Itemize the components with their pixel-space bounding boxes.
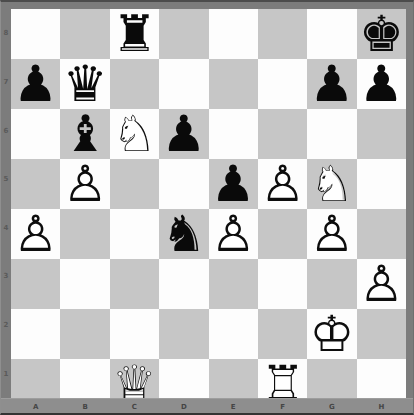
- chess-board: ♜♚♟♛♟♟♝♞♘♟♟♙♟♟♙♞♘♟♙♞♟♙♟♙♟♙♚♔♛♕♜♖: [11, 9, 406, 398]
- square-e5[interactable]: ♟: [209, 159, 258, 209]
- square-h6[interactable]: [357, 109, 406, 159]
- file-label-g: G: [307, 399, 356, 414]
- black-knight-glyph: ♞: [161, 209, 206, 259]
- square-g6[interactable]: [307, 109, 356, 159]
- square-g2[interactable]: ♚♔: [307, 309, 356, 359]
- white-pawn: ♟♙: [11, 209, 60, 259]
- square-b3[interactable]: [60, 259, 109, 309]
- black-pawn: ♟: [307, 59, 356, 109]
- black-bishop: ♝: [60, 109, 109, 159]
- white-knight-glyph: ♘: [310, 159, 355, 209]
- square-b2[interactable]: [60, 309, 109, 359]
- square-d5[interactable]: [159, 159, 208, 209]
- rank-label-1: 1: [1, 349, 11, 398]
- square-e4[interactable]: ♟♙: [209, 209, 258, 259]
- square-c8[interactable]: ♜: [110, 9, 159, 59]
- square-c5[interactable]: [110, 159, 159, 209]
- rank-label-7: 7: [1, 58, 11, 107]
- square-e6[interactable]: [209, 109, 258, 159]
- black-pawn: ♟: [11, 59, 60, 109]
- square-e7[interactable]: [209, 59, 258, 109]
- black-pawn-glyph: ♟: [310, 59, 355, 109]
- file-label-f: F: [258, 399, 307, 414]
- white-pawn: ♟♙: [60, 159, 109, 209]
- file-label-e: E: [209, 399, 258, 414]
- square-d4[interactable]: ♞: [159, 209, 208, 259]
- black-rook: ♜: [110, 9, 159, 59]
- square-a4[interactable]: ♟♙: [11, 209, 60, 259]
- square-d7[interactable]: [159, 59, 208, 109]
- square-g3[interactable]: [307, 259, 356, 309]
- black-pawn: ♟: [159, 109, 208, 159]
- black-rook-glyph: ♜: [112, 9, 157, 59]
- square-b7[interactable]: ♛: [60, 59, 109, 109]
- square-h7[interactable]: ♟: [357, 59, 406, 109]
- square-c2[interactable]: [110, 309, 159, 359]
- square-g8[interactable]: [307, 9, 356, 59]
- black-pawn-glyph: ♟: [359, 59, 404, 109]
- file-label-d: D: [159, 399, 208, 414]
- square-c6[interactable]: ♞♘: [110, 109, 159, 159]
- black-pawn-glyph: ♟: [211, 159, 256, 209]
- square-a7[interactable]: ♟: [11, 59, 60, 109]
- white-king-glyph: ♔: [310, 309, 355, 359]
- black-pawn-glyph: ♟: [161, 109, 206, 159]
- white-pawn-glyph: ♙: [359, 259, 404, 309]
- black-pawn-glyph: ♟: [13, 59, 58, 109]
- white-king: ♚♔: [307, 309, 356, 359]
- rank-label-2: 2: [1, 301, 11, 350]
- square-a5[interactable]: [11, 159, 60, 209]
- white-knight-glyph: ♘: [112, 109, 157, 159]
- square-c3[interactable]: [110, 259, 159, 309]
- rank-label-8: 8: [1, 9, 11, 58]
- chess-diagram: 87654321 ♜♚♟♛♟♟♝♞♘♟♟♙♟♟♙♞♘♟♙♞♟♙♟♙♟♙♚♔♛♕♜…: [0, 0, 414, 415]
- file-label-a: A: [11, 399, 60, 414]
- square-f3[interactable]: [258, 259, 307, 309]
- square-b8[interactable]: [60, 9, 109, 59]
- white-knight: ♞♘: [307, 159, 356, 209]
- white-knight: ♞♘: [110, 109, 159, 159]
- square-h3[interactable]: ♟♙: [357, 259, 406, 309]
- square-h2[interactable]: [357, 309, 406, 359]
- square-a6[interactable]: [11, 109, 60, 159]
- square-e3[interactable]: [209, 259, 258, 309]
- square-d2[interactable]: [159, 309, 208, 359]
- white-pawn-glyph: ♙: [260, 159, 305, 209]
- square-d8[interactable]: [159, 9, 208, 59]
- white-pawn-glyph: ♙: [310, 209, 355, 259]
- square-b5[interactable]: ♟♙: [60, 159, 109, 209]
- square-g4[interactable]: ♟♙: [307, 209, 356, 259]
- black-queen-glyph: ♛: [63, 59, 108, 109]
- square-c7[interactable]: [110, 59, 159, 109]
- square-a2[interactable]: [11, 309, 60, 359]
- rank-labels: 87654321: [1, 9, 11, 398]
- file-label-b: B: [60, 399, 109, 414]
- square-e2[interactable]: [209, 309, 258, 359]
- white-pawn-glyph: ♙: [13, 209, 58, 259]
- square-g7[interactable]: ♟: [307, 59, 356, 109]
- white-pawn: ♟♙: [258, 159, 307, 209]
- black-bishop-glyph: ♝: [63, 109, 108, 159]
- square-f6[interactable]: [258, 109, 307, 159]
- square-d3[interactable]: [159, 259, 208, 309]
- black-queen: ♛: [60, 59, 109, 109]
- black-king: ♚: [357, 9, 406, 59]
- square-b6[interactable]: ♝: [60, 109, 109, 159]
- square-g5[interactable]: ♞♘: [307, 159, 356, 209]
- square-f8[interactable]: [258, 9, 307, 59]
- white-pawn-glyph: ♙: [63, 159, 108, 209]
- square-a3[interactable]: [11, 259, 60, 309]
- square-h5[interactable]: [357, 159, 406, 209]
- square-a8[interactable]: [11, 9, 60, 59]
- square-f4[interactable]: [258, 209, 307, 259]
- square-h8[interactable]: ♚: [357, 9, 406, 59]
- rank-label-4: 4: [1, 204, 11, 253]
- white-pawn: ♟♙: [307, 209, 356, 259]
- black-king-glyph: ♚: [359, 9, 404, 59]
- rank-label-5: 5: [1, 155, 11, 204]
- white-pawn: ♟♙: [209, 209, 258, 259]
- square-f7[interactable]: [258, 59, 307, 109]
- square-f2[interactable]: [258, 309, 307, 359]
- file-label-h: H: [357, 399, 406, 414]
- square-e8[interactable]: [209, 9, 258, 59]
- square-c4[interactable]: [110, 209, 159, 259]
- white-pawn-glyph: ♙: [211, 209, 256, 259]
- square-b4[interactable]: [60, 209, 109, 259]
- black-pawn: ♟: [209, 159, 258, 209]
- black-knight: ♞: [159, 209, 208, 259]
- square-d6[interactable]: ♟: [159, 109, 208, 159]
- black-pawn: ♟: [357, 59, 406, 109]
- file-label-c: C: [110, 399, 159, 414]
- file-label-strip: ABCDEFGH: [1, 398, 414, 414]
- file-labels: ABCDEFGH: [11, 399, 406, 414]
- rank-label-3: 3: [1, 252, 11, 301]
- white-pawn: ♟♙: [357, 259, 406, 309]
- square-f5[interactable]: ♟♙: [258, 159, 307, 209]
- square-h4[interactable]: [357, 209, 406, 259]
- rank-label-6: 6: [1, 106, 11, 155]
